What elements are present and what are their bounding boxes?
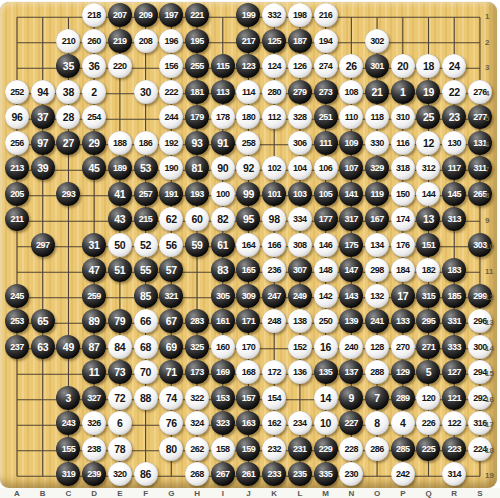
stone-white-14[interactable]: 14 (314, 386, 338, 410)
cell-E19[interactable]: 320 (107, 461, 133, 487)
stone-black-313[interactable]: 313 (442, 207, 466, 231)
cell-A7[interactable]: 213 (4, 155, 30, 181)
stone-white-274[interactable]: 274 (314, 54, 338, 78)
stone-black-321[interactable]: 321 (159, 284, 183, 308)
cell-Q17[interactable]: 226 (416, 410, 442, 436)
cell-P7[interactable]: 318 (390, 155, 416, 181)
stone-black-147[interactable]: 147 (339, 258, 363, 282)
stone-black-79[interactable]: 79 (108, 309, 132, 333)
stone-white-72[interactable]: 72 (108, 386, 132, 410)
stone-white-4[interactable]: 4 (391, 411, 415, 435)
stone-black-45[interactable]: 45 (82, 156, 106, 180)
stone-white-178[interactable]: 178 (211, 105, 235, 129)
cell-N7[interactable]: 107 (338, 155, 364, 181)
cell-R1[interactable] (441, 2, 467, 28)
cell-E7[interactable]: 189 (107, 155, 133, 181)
cell-J1[interactable]: 199 (236, 2, 262, 28)
stone-white-102[interactable]: 102 (262, 156, 286, 180)
cell-R10[interactable] (441, 232, 467, 258)
cell-L13[interactable]: 138 (287, 308, 313, 334)
stone-black-247[interactable]: 247 (262, 284, 286, 308)
cell-F2[interactable]: 208 (133, 28, 159, 54)
cell-Q13[interactable]: 295 (416, 308, 442, 334)
stone-black-171[interactable]: 171 (236, 309, 260, 333)
cell-A5[interactable]: 96 (4, 104, 30, 130)
cell-A1[interactable] (4, 2, 30, 28)
cell-A6[interactable]: 256 (4, 130, 30, 156)
cell-M15[interactable]: 135 (313, 359, 339, 385)
stone-white-248[interactable]: 248 (262, 309, 286, 333)
cell-R13[interactable]: 331 (441, 308, 467, 334)
cell-D18[interactable]: 238 (81, 436, 107, 462)
cell-D8[interactable] (81, 181, 107, 207)
cell-M12[interactable]: 142 (313, 283, 339, 309)
stone-black-57[interactable]: 57 (159, 258, 183, 282)
stone-black-93[interactable]: 93 (185, 131, 209, 155)
stone-white-166[interactable]: 166 (262, 233, 286, 257)
cell-A3[interactable] (4, 53, 30, 79)
cell-N12[interactable]: 143 (338, 283, 364, 309)
cell-A13[interactable]: 253 (4, 308, 30, 334)
cell-Q9[interactable]: 13 (416, 206, 442, 232)
cell-N14[interactable]: 240 (338, 334, 364, 360)
cell-N10[interactable]: 175 (338, 232, 364, 258)
cell-P17[interactable]: 4 (390, 410, 416, 436)
cell-M10[interactable]: 146 (313, 232, 339, 258)
cell-D4[interactable]: 2 (81, 79, 107, 105)
cell-B4[interactable]: 94 (30, 79, 56, 105)
stone-black-209[interactable]: 209 (134, 3, 158, 27)
cell-J16[interactable]: 157 (236, 385, 262, 411)
cell-B18[interactable] (30, 436, 56, 462)
cell-E13[interactable]: 79 (107, 308, 133, 334)
cell-D10[interactable]: 31 (81, 232, 107, 258)
stone-white-114[interactable]: 114 (236, 80, 260, 104)
stone-white-184[interactable]: 184 (391, 258, 415, 282)
stone-white-236[interactable]: 236 (262, 258, 286, 282)
stone-black-37[interactable]: 37 (31, 105, 55, 129)
cell-C10[interactable] (56, 232, 82, 258)
cell-H18[interactable]: 262 (184, 436, 210, 462)
stone-black-85[interactable]: 85 (134, 284, 158, 308)
stone-black-205[interactable]: 205 (5, 182, 29, 206)
stone-black-13[interactable]: 13 (416, 207, 440, 231)
cell-D9[interactable] (81, 206, 107, 232)
cell-I7[interactable]: 90 (210, 155, 236, 181)
stone-black-157[interactable]: 157 (236, 386, 260, 410)
stone-white-258[interactable]: 258 (236, 131, 260, 155)
stone-black-211[interactable]: 211 (5, 207, 29, 231)
stone-white-160[interactable]: 160 (211, 335, 235, 359)
cell-F11[interactable]: 55 (133, 257, 159, 283)
cell-G1[interactable]: 197 (158, 2, 184, 28)
stone-white-230[interactable]: 230 (339, 462, 363, 486)
cell-O2[interactable]: 302 (364, 28, 390, 54)
cell-R9[interactable]: 313 (441, 206, 467, 232)
stone-white-88[interactable]: 88 (134, 386, 158, 410)
cell-P19[interactable]: 242 (390, 461, 416, 487)
cell-L15[interactable]: 136 (287, 359, 313, 385)
stone-black-267[interactable]: 267 (211, 462, 235, 486)
stone-black-217[interactable]: 217 (236, 29, 260, 53)
stone-white-78[interactable]: 78 (108, 437, 132, 461)
cell-D6[interactable]: 29 (81, 130, 107, 156)
cell-J10[interactable]: 164 (236, 232, 262, 258)
cell-E12[interactable] (107, 283, 133, 309)
stone-white-298[interactable]: 298 (365, 258, 389, 282)
cell-E15[interactable]: 73 (107, 359, 133, 385)
cell-K2[interactable]: 125 (261, 28, 287, 54)
cell-Q19[interactable] (416, 461, 442, 487)
cell-Q14[interactable]: 271 (416, 334, 442, 360)
stone-white-74[interactable]: 74 (159, 386, 183, 410)
cell-P16[interactable]: 289 (390, 385, 416, 411)
stone-white-322[interactable]: 322 (185, 386, 209, 410)
cell-H2[interactable]: 195 (184, 28, 210, 54)
cell-E1[interactable]: 207 (107, 2, 133, 28)
cell-E9[interactable]: 43 (107, 206, 133, 232)
stone-black-25[interactable]: 25 (416, 105, 440, 129)
stone-black-69[interactable]: 69 (159, 335, 183, 359)
stone-black-169[interactable]: 169 (211, 360, 235, 384)
cell-H9[interactable]: 60 (184, 206, 210, 232)
stone-black-39[interactable]: 39 (31, 156, 55, 180)
stone-black-237[interactable]: 237 (5, 335, 29, 359)
cell-G10[interactable]: 56 (158, 232, 184, 258)
stone-white-146[interactable]: 146 (314, 233, 338, 257)
stone-black-127[interactable]: 127 (442, 360, 466, 384)
stone-black-179[interactable]: 179 (185, 105, 209, 129)
stone-black-155[interactable]: 155 (56, 437, 80, 461)
cell-M9[interactable]: 177 (313, 206, 339, 232)
cell-E17[interactable]: 6 (107, 410, 133, 436)
cell-O11[interactable]: 298 (364, 257, 390, 283)
cell-O6[interactable]: 330 (364, 130, 390, 156)
cell-I18[interactable]: 158 (210, 436, 236, 462)
cell-F17[interactable] (133, 410, 159, 436)
stone-white-242[interactable]: 242 (391, 462, 415, 486)
stone-black-89[interactable]: 89 (82, 309, 106, 333)
stone-white-250[interactable]: 250 (314, 309, 338, 333)
stone-black-3[interactable]: 3 (56, 386, 80, 410)
stone-black-305[interactable]: 305 (211, 284, 235, 308)
stone-black-259[interactable]: 259 (82, 284, 106, 308)
cell-I14[interactable]: 160 (210, 334, 236, 360)
cell-R16[interactable]: 121 (441, 385, 467, 411)
stone-black-55[interactable]: 55 (134, 258, 158, 282)
cell-K19[interactable]: 233 (261, 461, 287, 487)
stone-white-260[interactable]: 260 (82, 29, 106, 53)
stone-black-99[interactable]: 99 (236, 182, 260, 206)
cell-Q1[interactable] (416, 2, 442, 28)
cell-K11[interactable]: 236 (261, 257, 287, 283)
cell-E8[interactable]: 41 (107, 181, 133, 207)
cell-K12[interactable]: 247 (261, 283, 287, 309)
cell-H11[interactable] (184, 257, 210, 283)
stone-white-170[interactable]: 170 (236, 335, 260, 359)
cell-R5[interactable]: 23 (441, 104, 467, 130)
cell-K10[interactable]: 166 (261, 232, 287, 258)
stone-black-97[interactable]: 97 (31, 131, 55, 155)
cell-O12[interactable]: 132 (364, 283, 390, 309)
stone-black-61[interactable]: 61 (211, 233, 235, 257)
stone-white-256[interactable]: 256 (5, 131, 29, 155)
stone-black-219[interactable]: 219 (108, 29, 132, 53)
stone-black-183[interactable]: 183 (442, 258, 466, 282)
stone-black-23[interactable]: 23 (442, 105, 466, 129)
cell-R12[interactable]: 185 (441, 283, 467, 309)
cell-O8[interactable]: 119 (364, 181, 390, 207)
cell-C7[interactable] (56, 155, 82, 181)
cell-I13[interactable]: 161 (210, 308, 236, 334)
stone-black-249[interactable]: 249 (288, 284, 312, 308)
stone-black-207[interactable]: 207 (108, 3, 132, 27)
cell-L2[interactable]: 187 (287, 28, 313, 54)
stone-black-71[interactable]: 71 (159, 360, 183, 384)
stone-black-113[interactable]: 113 (211, 80, 235, 104)
stone-black-91[interactable]: 91 (211, 131, 235, 155)
stone-white-222[interactable]: 222 (159, 80, 183, 104)
stone-black-199[interactable]: 199 (236, 3, 260, 27)
cell-L7[interactable]: 104 (287, 155, 313, 181)
stone-white-50[interactable]: 50 (108, 233, 132, 257)
cell-L19[interactable]: 235 (287, 461, 313, 487)
stone-white-116[interactable]: 116 (391, 131, 415, 155)
stone-black-83[interactable]: 83 (211, 258, 235, 282)
cell-K5[interactable]: 112 (261, 104, 287, 130)
cell-D2[interactable]: 260 (81, 28, 107, 54)
stone-black-109[interactable]: 109 (339, 131, 363, 155)
cell-C1[interactable] (56, 2, 82, 28)
stone-white-158[interactable]: 158 (211, 437, 235, 461)
cell-H5[interactable]: 179 (184, 104, 210, 130)
stone-white-302[interactable]: 302 (365, 29, 389, 53)
stone-white-174[interactable]: 174 (391, 207, 415, 231)
cell-C12[interactable] (56, 283, 82, 309)
cell-N13[interactable]: 139 (338, 308, 364, 334)
cell-R11[interactable]: 183 (441, 257, 467, 283)
stone-black-117[interactable]: 117 (442, 156, 466, 180)
cell-G5[interactable]: 244 (158, 104, 184, 130)
stone-white-176[interactable]: 176 (391, 233, 415, 257)
cell-G16[interactable]: 74 (158, 385, 184, 411)
cell-M17[interactable]: 10 (313, 410, 339, 436)
stone-black-295[interactable]: 295 (416, 309, 440, 333)
stone-black-133[interactable]: 133 (391, 309, 415, 333)
cell-M14[interactable]: 16 (313, 334, 339, 360)
stone-black-335[interactable]: 335 (314, 462, 338, 486)
cell-K4[interactable]: 280 (261, 79, 287, 105)
cell-M4[interactable]: 273 (313, 79, 339, 105)
stone-black-251[interactable]: 251 (314, 105, 338, 129)
stone-black-17[interactable]: 17 (391, 284, 415, 308)
cell-J17[interactable]: 163 (236, 410, 262, 436)
stone-black-297[interactable]: 297 (31, 233, 55, 257)
stone-black-181[interactable]: 181 (185, 80, 209, 104)
cell-D19[interactable]: 239 (81, 461, 107, 487)
stone-white-324[interactable]: 324 (185, 411, 209, 435)
stone-black-175[interactable]: 175 (339, 233, 363, 257)
cell-N3[interactable]: 26 (338, 53, 364, 79)
stone-white-254[interactable]: 254 (82, 105, 106, 129)
stone-black-241[interactable]: 241 (365, 309, 389, 333)
stone-white-188[interactable]: 188 (108, 131, 132, 155)
cell-B17[interactable] (30, 410, 56, 436)
cell-I10[interactable]: 61 (210, 232, 236, 258)
cell-Q15[interactable]: 5 (416, 359, 442, 385)
stone-black-49[interactable]: 49 (56, 335, 80, 359)
cell-L10[interactable]: 308 (287, 232, 313, 258)
stone-white-182[interactable]: 182 (416, 258, 440, 282)
cell-D5[interactable]: 254 (81, 104, 107, 130)
cell-I12[interactable]: 305 (210, 283, 236, 309)
cell-J2[interactable]: 217 (236, 28, 262, 54)
cell-N8[interactable]: 141 (338, 181, 364, 207)
cell-K13[interactable]: 248 (261, 308, 287, 334)
stone-black-103[interactable]: 103 (288, 182, 312, 206)
stone-black-331[interactable]: 331 (442, 309, 466, 333)
stone-black-191[interactable]: 191 (159, 182, 183, 206)
stone-black-145[interactable]: 145 (442, 182, 466, 206)
cell-G12[interactable]: 321 (158, 283, 184, 309)
stone-white-332[interactable]: 332 (262, 3, 286, 27)
stone-black-283[interactable]: 283 (185, 309, 209, 333)
cell-E3[interactable]: 220 (107, 53, 133, 79)
stone-white-232[interactable]: 232 (262, 437, 286, 461)
cell-H12[interactable] (184, 283, 210, 309)
cell-H7[interactable]: 81 (184, 155, 210, 181)
cell-F15[interactable]: 70 (133, 359, 159, 385)
stone-black-279[interactable]: 279 (288, 80, 312, 104)
cell-M3[interactable]: 274 (313, 53, 339, 79)
cell-L16[interactable] (287, 385, 313, 411)
cell-P4[interactable]: 1 (390, 79, 416, 105)
cell-N4[interactable]: 108 (338, 79, 364, 105)
cell-P13[interactable]: 133 (390, 308, 416, 334)
cell-P15[interactable]: 129 (390, 359, 416, 385)
stone-black-161[interactable]: 161 (211, 309, 235, 333)
cell-G19[interactable] (158, 461, 184, 487)
cell-F7[interactable]: 53 (133, 155, 159, 181)
stone-black-261[interactable]: 261 (236, 462, 260, 486)
stone-black-73[interactable]: 73 (108, 360, 132, 384)
cell-A16[interactable] (4, 385, 30, 411)
stone-white-106[interactable]: 106 (314, 156, 338, 180)
cell-F3[interactable] (133, 53, 159, 79)
cell-I3[interactable]: 115 (210, 53, 236, 79)
cell-K17[interactable]: 162 (261, 410, 287, 436)
stone-white-318[interactable]: 318 (391, 156, 415, 180)
stone-black-163[interactable]: 163 (236, 411, 260, 435)
stone-black-153[interactable]: 153 (211, 386, 235, 410)
cell-O16[interactable]: 7 (364, 385, 390, 411)
cell-J3[interactable]: 123 (236, 53, 262, 79)
cell-Q6[interactable]: 12 (416, 130, 442, 156)
stone-white-12[interactable]: 12 (416, 131, 440, 155)
stone-white-8[interactable]: 8 (365, 411, 389, 435)
cell-O17[interactable]: 8 (364, 410, 390, 436)
stone-white-22[interactable]: 22 (442, 80, 466, 104)
cell-P1[interactable] (390, 2, 416, 28)
cell-M19[interactable]: 335 (313, 461, 339, 487)
stone-black-245[interactable]: 245 (5, 284, 29, 308)
stone-white-314[interactable]: 314 (442, 462, 466, 486)
cell-Q3[interactable]: 18 (416, 53, 442, 79)
stone-black-315[interactable]: 315 (416, 284, 440, 308)
cell-H10[interactable]: 59 (184, 232, 210, 258)
cell-Q11[interactable]: 182 (416, 257, 442, 283)
cell-P8[interactable]: 150 (390, 181, 416, 207)
stone-white-190[interactable]: 190 (159, 156, 183, 180)
cell-C16[interactable]: 3 (56, 385, 82, 411)
cell-L12[interactable]: 249 (287, 283, 313, 309)
stone-black-319[interactable]: 319 (56, 462, 80, 486)
stone-white-262[interactable]: 262 (185, 437, 209, 461)
cell-D14[interactable]: 87 (81, 334, 107, 360)
stone-black-173[interactable]: 173 (185, 360, 209, 384)
stone-black-239[interactable]: 239 (82, 462, 106, 486)
stone-white-118[interactable]: 118 (365, 105, 389, 129)
stone-black-235[interactable]: 235 (288, 462, 312, 486)
cell-B3[interactable] (30, 53, 56, 79)
cell-G2[interactable]: 196 (158, 28, 184, 54)
cell-F1[interactable]: 209 (133, 2, 159, 28)
cell-B5[interactable]: 37 (30, 104, 56, 130)
cell-Q5[interactable]: 25 (416, 104, 442, 130)
cell-N5[interactable]: 110 (338, 104, 364, 130)
cell-A9[interactable]: 211 (4, 206, 30, 232)
stone-white-150[interactable]: 150 (391, 182, 415, 206)
stone-black-253[interactable]: 253 (5, 309, 29, 333)
cell-M18[interactable]: 229 (313, 436, 339, 462)
cell-B14[interactable]: 63 (30, 334, 56, 360)
cell-O7[interactable]: 329 (364, 155, 390, 181)
cell-L8[interactable]: 103 (287, 181, 313, 207)
stone-white-6[interactable]: 6 (108, 411, 132, 435)
cell-K14[interactable] (261, 334, 287, 360)
stone-white-60[interactable]: 60 (185, 207, 209, 231)
stone-black-11[interactable]: 11 (82, 360, 106, 384)
stone-black-125[interactable]: 125 (262, 29, 286, 53)
stone-white-82[interactable]: 82 (211, 207, 235, 231)
cell-E2[interactable]: 219 (107, 28, 133, 54)
stone-white-330[interactable]: 330 (365, 131, 389, 155)
stone-black-151[interactable]: 151 (416, 233, 440, 257)
cell-Q7[interactable]: 312 (416, 155, 442, 181)
stone-white-136[interactable]: 136 (288, 360, 312, 384)
stone-white-220[interactable]: 220 (108, 54, 132, 78)
cell-C4[interactable]: 38 (56, 79, 82, 105)
cell-L14[interactable]: 152 (287, 334, 313, 360)
cell-D7[interactable]: 45 (81, 155, 107, 181)
cell-Q4[interactable]: 19 (416, 79, 442, 105)
stone-white-312[interactable]: 312 (416, 156, 440, 180)
stone-black-159[interactable]: 159 (236, 437, 260, 461)
stone-white-120[interactable]: 120 (416, 386, 440, 410)
cell-J5[interactable]: 180 (236, 104, 262, 130)
cell-R3[interactable]: 24 (441, 53, 467, 79)
cell-G11[interactable]: 57 (158, 257, 184, 283)
stone-white-186[interactable]: 186 (134, 131, 158, 155)
stone-white-138[interactable]: 138 (288, 309, 312, 333)
cell-E10[interactable]: 50 (107, 232, 133, 258)
stone-black-135[interactable]: 135 (314, 360, 338, 384)
stone-white-172[interactable]: 172 (262, 360, 286, 384)
cell-P6[interactable]: 116 (390, 130, 416, 156)
cell-C13[interactable] (56, 308, 82, 334)
cell-M6[interactable]: 111 (313, 130, 339, 156)
stone-white-192[interactable]: 192 (159, 131, 183, 155)
